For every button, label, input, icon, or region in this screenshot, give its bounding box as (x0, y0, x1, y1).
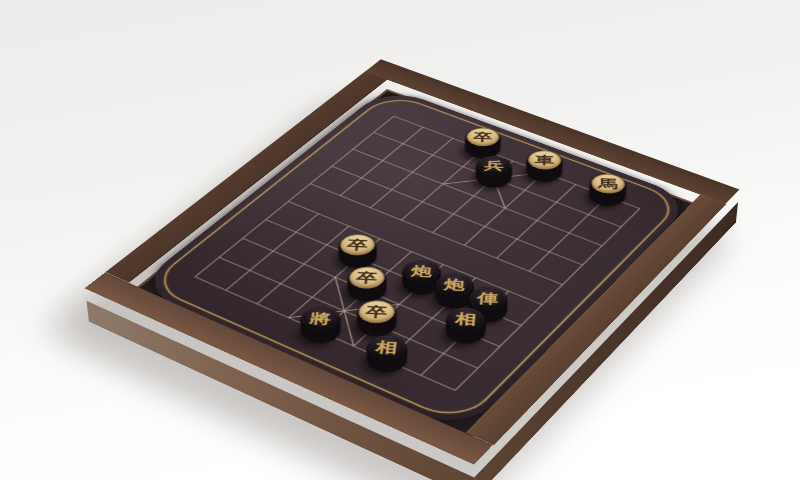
piece-character: 炮 (443, 278, 465, 292)
piece-character: 卒 (473, 131, 493, 142)
piece-character: 馬 (598, 178, 618, 190)
piece-character: 卒 (365, 305, 388, 319)
piece-character: 俥 (477, 291, 499, 305)
piece-character: 炮 (411, 264, 433, 277)
piece-character: 卒 (356, 271, 379, 285)
piece-character: 將 (309, 311, 332, 325)
piece-character: 兵 (484, 160, 504, 172)
photo-backdrop: 卒車馬兵卒炮炮俥卒相卒將相 (0, 0, 800, 480)
piece-character: 相 (375, 340, 398, 355)
piece-character: 卒 (346, 238, 368, 251)
xiangqi-set-3d: 卒車馬兵卒炮炮俥卒相卒將相 (87, 71, 739, 477)
piece-character: 相 (455, 312, 477, 326)
piece-character: 車 (535, 154, 555, 166)
